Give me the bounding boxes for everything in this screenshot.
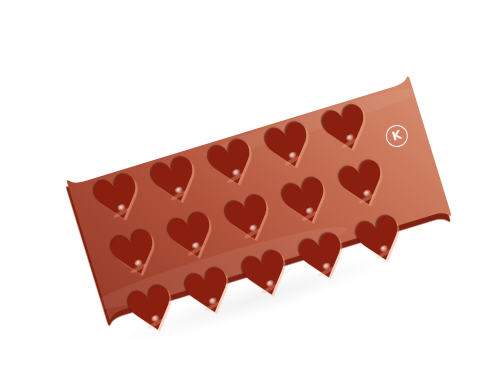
brand-logo-letter: K xyxy=(391,128,403,142)
cavity-grid: ♥♥♥♥♥♥♥♥♥♥♥♥♥♥♥ xyxy=(81,93,405,306)
product-photo: ♥♥♥♥♥♥♥♥♥♥♥♥♥♥♥ K xyxy=(0,0,500,386)
heart-icon: ♥ xyxy=(347,205,414,276)
mold-tray: ♥♥♥♥♥♥♥♥♥♥♥♥♥♥♥ K xyxy=(65,74,453,323)
